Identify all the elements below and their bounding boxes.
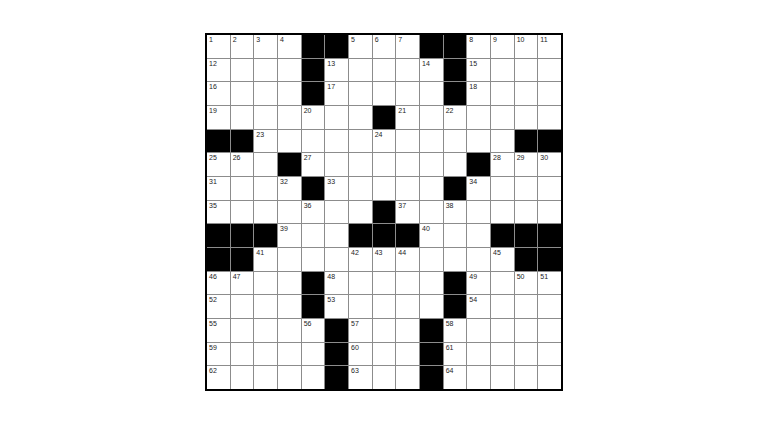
clue-number-32: 32 — [280, 177, 288, 186]
white-cell-r12c3[interactable] — [254, 295, 277, 318]
black-cell-r10c15 — [538, 248, 561, 271]
white-cell-r1c14[interactable]: 10 — [515, 35, 538, 58]
white-cell-r12c14[interactable] — [515, 295, 538, 318]
white-cell-r9c11[interactable] — [444, 224, 467, 247]
white-cell-r4c1[interactable]: 19 — [207, 106, 230, 129]
white-cell-r5c9[interactable] — [396, 130, 419, 153]
white-cell-r4c6[interactable] — [325, 106, 348, 129]
black-cell-r9c1 — [207, 224, 230, 247]
white-cell-r2c15[interactable] — [538, 59, 561, 82]
clue-number-31: 31 — [209, 177, 217, 186]
white-cell-r13c2[interactable] — [231, 319, 254, 342]
white-cell-r8c6[interactable] — [325, 201, 348, 224]
clue-number-23: 23 — [256, 130, 264, 139]
clue-number-28: 28 — [493, 153, 501, 162]
white-cell-r7c15[interactable] — [538, 177, 561, 200]
white-cell-r6c2[interactable]: 26 — [231, 153, 254, 176]
black-cell-r7c11 — [444, 177, 467, 200]
black-cell-r6c4 — [278, 153, 301, 176]
white-cell-r11c6[interactable]: 48 — [325, 272, 348, 295]
white-cell-r6c1[interactable]: 25 — [207, 153, 230, 176]
clue-number-41: 41 — [256, 248, 264, 257]
white-cell-r1c4[interactable]: 4 — [278, 35, 301, 58]
white-cell-r8c5[interactable]: 36 — [302, 201, 325, 224]
clue-number-38: 38 — [446, 201, 454, 210]
clue-number-33: 33 — [327, 177, 335, 186]
white-cell-r11c8[interactable] — [373, 272, 396, 295]
white-cell-r5c7[interactable] — [349, 130, 372, 153]
white-cell-r1c12[interactable]: 8 — [467, 35, 490, 58]
white-cell-r9c5[interactable] — [302, 224, 325, 247]
white-cell-r1c3[interactable]: 3 — [254, 35, 277, 58]
white-cell-r15c13[interactable] — [491, 366, 514, 389]
clue-number-42: 42 — [351, 248, 359, 257]
white-cell-r4c12[interactable] — [467, 106, 490, 129]
white-cell-r10c9[interactable]: 44 — [396, 248, 419, 271]
white-cell-r7c3[interactable] — [254, 177, 277, 200]
black-cell-r1c6 — [325, 35, 348, 58]
white-cell-r14c4[interactable] — [278, 343, 301, 366]
white-cell-r10c13[interactable]: 45 — [491, 248, 514, 271]
clue-number-6: 6 — [375, 35, 379, 44]
white-cell-r15c14[interactable] — [515, 366, 538, 389]
white-cell-r3c10[interactable] — [420, 82, 443, 105]
white-cell-r7c4[interactable]: 32 — [278, 177, 301, 200]
white-cell-r8c3[interactable] — [254, 201, 277, 224]
white-cell-r1c8[interactable]: 6 — [373, 35, 396, 58]
clue-number-19: 19 — [209, 106, 217, 115]
clue-number-13: 13 — [327, 59, 335, 68]
white-cell-r2c14[interactable] — [515, 59, 538, 82]
white-cell-r12c1[interactable]: 52 — [207, 295, 230, 318]
white-cell-r15c9[interactable] — [396, 366, 419, 389]
clue-number-56: 56 — [304, 319, 312, 328]
black-cell-r9c9 — [396, 224, 419, 247]
clue-number-4: 4 — [280, 35, 284, 44]
white-cell-r2c12[interactable]: 15 — [467, 59, 490, 82]
white-cell-r13c12[interactable] — [467, 319, 490, 342]
clue-number-29: 29 — [517, 153, 525, 162]
white-cell-r7c8[interactable] — [373, 177, 396, 200]
white-cell-r7c7[interactable] — [349, 177, 372, 200]
clue-number-35: 35 — [209, 201, 217, 210]
white-cell-r11c14[interactable]: 50 — [515, 272, 538, 295]
black-cell-r5c15 — [538, 130, 561, 153]
clue-number-16: 16 — [209, 82, 217, 91]
black-cell-r13c10 — [420, 319, 443, 342]
clue-number-57: 57 — [351, 319, 359, 328]
white-cell-r11c13[interactable] — [491, 272, 514, 295]
clue-number-59: 59 — [209, 343, 217, 352]
white-cell-r2c3[interactable] — [254, 59, 277, 82]
white-cell-r11c1[interactable]: 46 — [207, 272, 230, 295]
white-cell-r13c13[interactable] — [491, 319, 514, 342]
clue-number-39: 39 — [280, 224, 288, 233]
clue-number-62: 62 — [209, 366, 217, 375]
white-cell-r12c8[interactable] — [373, 295, 396, 318]
clue-number-14: 14 — [422, 59, 430, 68]
white-cell-r4c11[interactable]: 22 — [444, 106, 467, 129]
black-cell-r11c5 — [302, 272, 325, 295]
white-cell-r4c9[interactable]: 21 — [396, 106, 419, 129]
clue-number-8: 8 — [469, 35, 473, 44]
white-cell-r13c8[interactable] — [373, 319, 396, 342]
white-cell-r12c2[interactable] — [231, 295, 254, 318]
clue-number-36: 36 — [304, 201, 312, 210]
black-cell-r2c5 — [302, 59, 325, 82]
white-cell-r11c12[interactable]: 49 — [467, 272, 490, 295]
white-cell-r2c8[interactable] — [373, 59, 396, 82]
black-cell-r6c12 — [467, 153, 490, 176]
white-cell-r6c3[interactable] — [254, 153, 277, 176]
clue-number-52: 52 — [209, 295, 217, 304]
white-cell-r7c12[interactable]: 34 — [467, 177, 490, 200]
white-cell-r14c14[interactable] — [515, 343, 538, 366]
white-cell-r8c11[interactable]: 38 — [444, 201, 467, 224]
white-cell-r1c7[interactable]: 5 — [349, 35, 372, 58]
white-cell-r2c7[interactable] — [349, 59, 372, 82]
white-cell-r2c13[interactable] — [491, 59, 514, 82]
clue-number-60: 60 — [351, 343, 359, 352]
white-cell-r6c9[interactable] — [396, 153, 419, 176]
white-cell-r6c8[interactable] — [373, 153, 396, 176]
page: 1234567891011121314151617181920212223242… — [0, 0, 768, 432]
clue-number-30: 30 — [540, 153, 548, 162]
white-cell-r10c5[interactable] — [302, 248, 325, 271]
black-cell-r2c11 — [444, 59, 467, 82]
white-cell-r15c7[interactable]: 63 — [349, 366, 372, 389]
white-cell-r8c12[interactable] — [467, 201, 490, 224]
white-cell-r13c9[interactable] — [396, 319, 419, 342]
white-cell-r2c2[interactable] — [231, 59, 254, 82]
clue-number-21: 21 — [398, 106, 406, 115]
white-cell-r10c8[interactable]: 43 — [373, 248, 396, 271]
white-cell-r13c7[interactable]: 57 — [349, 319, 372, 342]
white-cell-r3c14[interactable] — [515, 82, 538, 105]
white-cell-r12c13[interactable] — [491, 295, 514, 318]
clue-number-25: 25 — [209, 153, 217, 162]
white-cell-r10c3[interactable]: 41 — [254, 248, 277, 271]
white-cell-r14c8[interactable] — [373, 343, 396, 366]
white-cell-r14c2[interactable] — [231, 343, 254, 366]
white-cell-r6c14[interactable]: 29 — [515, 153, 538, 176]
white-cell-r5c4[interactable] — [278, 130, 301, 153]
white-cell-r3c1[interactable]: 16 — [207, 82, 230, 105]
black-cell-r12c11 — [444, 295, 467, 318]
white-cell-r11c7[interactable] — [349, 272, 372, 295]
white-cell-r3c12[interactable]: 18 — [467, 82, 490, 105]
white-cell-r7c9[interactable] — [396, 177, 419, 200]
white-cell-r3c4[interactable] — [278, 82, 301, 105]
white-cell-r15c8[interactable] — [373, 366, 396, 389]
black-cell-r15c6 — [325, 366, 348, 389]
white-cell-r7c2[interactable] — [231, 177, 254, 200]
clue-number-26: 26 — [233, 153, 241, 162]
white-cell-r12c12[interactable]: 54 — [467, 295, 490, 318]
white-cell-r15c12[interactable] — [467, 366, 490, 389]
clue-number-1: 1 — [209, 35, 213, 44]
clue-number-2: 2 — [233, 35, 237, 44]
white-cell-r4c7[interactable] — [349, 106, 372, 129]
white-cell-r8c10[interactable] — [420, 201, 443, 224]
clue-number-5: 5 — [351, 35, 355, 44]
white-cell-r12c4[interactable] — [278, 295, 301, 318]
white-cell-r14c15[interactable] — [538, 343, 561, 366]
white-cell-r5c11[interactable] — [444, 130, 467, 153]
white-cell-r14c9[interactable] — [396, 343, 419, 366]
white-cell-r15c1[interactable]: 62 — [207, 366, 230, 389]
white-cell-r14c5[interactable] — [302, 343, 325, 366]
white-cell-r1c9[interactable]: 7 — [396, 35, 419, 58]
white-cell-r13c1[interactable]: 55 — [207, 319, 230, 342]
black-cell-r4c8 — [373, 106, 396, 129]
clue-number-11: 11 — [540, 35, 547, 44]
black-cell-r10c2 — [231, 248, 254, 271]
black-cell-r14c6 — [325, 343, 348, 366]
white-cell-r6c6[interactable] — [325, 153, 348, 176]
white-cell-r14c12[interactable] — [467, 343, 490, 366]
white-cell-r15c3[interactable] — [254, 366, 277, 389]
white-cell-r1c13[interactable]: 9 — [491, 35, 514, 58]
white-cell-r9c10[interactable]: 40 — [420, 224, 443, 247]
white-cell-r7c10[interactable] — [420, 177, 443, 200]
white-cell-r7c6[interactable]: 33 — [325, 177, 348, 200]
white-cell-r8c7[interactable] — [349, 201, 372, 224]
white-cell-r6c5[interactable]: 27 — [302, 153, 325, 176]
black-cell-r1c10 — [420, 35, 443, 58]
white-cell-r15c11[interactable]: 64 — [444, 366, 467, 389]
clue-number-58: 58 — [446, 319, 454, 328]
white-cell-r13c4[interactable] — [278, 319, 301, 342]
clue-number-48: 48 — [327, 272, 335, 281]
white-cell-r11c4[interactable] — [278, 272, 301, 295]
clue-number-7: 7 — [398, 35, 402, 44]
clue-number-43: 43 — [375, 248, 383, 257]
white-cell-r9c6[interactable] — [325, 224, 348, 247]
white-cell-r11c2[interactable]: 47 — [231, 272, 254, 295]
black-cell-r9c7 — [349, 224, 372, 247]
white-cell-r5c10[interactable] — [420, 130, 443, 153]
white-cell-r5c3[interactable]: 23 — [254, 130, 277, 153]
clue-number-44: 44 — [398, 248, 406, 257]
white-cell-r2c4[interactable] — [278, 59, 301, 82]
clue-number-47: 47 — [233, 272, 241, 281]
clue-number-12: 12 — [209, 59, 217, 68]
white-cell-r3c2[interactable] — [231, 82, 254, 105]
white-cell-r7c13[interactable] — [491, 177, 514, 200]
black-cell-r5c1 — [207, 130, 230, 153]
white-cell-r4c14[interactable] — [515, 106, 538, 129]
white-cell-r3c15[interactable] — [538, 82, 561, 105]
clue-number-50: 50 — [517, 272, 525, 281]
crossword-board: 1234567891011121314151617181920212223242… — [205, 33, 563, 391]
white-cell-r13c11[interactable]: 58 — [444, 319, 467, 342]
clue-number-17: 17 — [327, 82, 335, 91]
black-cell-r10c1 — [207, 248, 230, 271]
white-cell-r3c13[interactable] — [491, 82, 514, 105]
white-cell-r6c7[interactable] — [349, 153, 372, 176]
white-cell-r6c15[interactable]: 30 — [538, 153, 561, 176]
white-cell-r12c7[interactable] — [349, 295, 372, 318]
white-cell-r8c15[interactable] — [538, 201, 561, 224]
black-cell-r9c3 — [254, 224, 277, 247]
white-cell-r10c12[interactable] — [467, 248, 490, 271]
white-cell-r1c2[interactable]: 2 — [231, 35, 254, 58]
white-cell-r2c10[interactable]: 14 — [420, 59, 443, 82]
white-cell-r5c5[interactable] — [302, 130, 325, 153]
white-cell-r12c6[interactable]: 53 — [325, 295, 348, 318]
black-cell-r11c11 — [444, 272, 467, 295]
white-cell-r8c2[interactable] — [231, 201, 254, 224]
white-cell-r13c15[interactable] — [538, 319, 561, 342]
white-cell-r10c7[interactable]: 42 — [349, 248, 372, 271]
white-cell-r14c3[interactable] — [254, 343, 277, 366]
clue-number-24: 24 — [375, 130, 383, 139]
white-cell-r8c14[interactable] — [515, 201, 538, 224]
black-cell-r14c10 — [420, 343, 443, 366]
white-cell-r5c6[interactable] — [325, 130, 348, 153]
white-cell-r9c4[interactable]: 39 — [278, 224, 301, 247]
white-cell-r5c8[interactable]: 24 — [373, 130, 396, 153]
white-cell-r13c5[interactable]: 56 — [302, 319, 325, 342]
clue-number-20: 20 — [304, 106, 312, 115]
white-cell-r4c4[interactable] — [278, 106, 301, 129]
white-cell-r2c9[interactable] — [396, 59, 419, 82]
black-cell-r15c10 — [420, 366, 443, 389]
black-cell-r3c11 — [444, 82, 467, 105]
black-cell-r1c5 — [302, 35, 325, 58]
white-cell-r14c7[interactable]: 60 — [349, 343, 372, 366]
white-cell-r4c13[interactable] — [491, 106, 514, 129]
white-cell-r11c10[interactable] — [420, 272, 443, 295]
white-cell-r14c13[interactable] — [491, 343, 514, 366]
white-cell-r12c9[interactable] — [396, 295, 419, 318]
black-cell-r7c5 — [302, 177, 325, 200]
white-cell-r13c3[interactable] — [254, 319, 277, 342]
white-cell-r15c5[interactable] — [302, 366, 325, 389]
black-cell-r12c5 — [302, 295, 325, 318]
white-cell-r11c9[interactable] — [396, 272, 419, 295]
clue-number-10: 10 — [517, 35, 525, 44]
white-cell-r8c9[interactable]: 37 — [396, 201, 419, 224]
black-cell-r9c15 — [538, 224, 561, 247]
black-cell-r5c2 — [231, 130, 254, 153]
clue-number-54: 54 — [469, 295, 477, 304]
white-cell-r1c15[interactable]: 11 — [538, 35, 561, 58]
white-cell-r12c10[interactable] — [420, 295, 443, 318]
clue-number-51: 51 — [540, 272, 548, 281]
clue-number-63: 63 — [351, 366, 359, 375]
clue-number-49: 49 — [469, 272, 477, 281]
white-cell-r7c14[interactable] — [515, 177, 538, 200]
clue-number-40: 40 — [422, 224, 430, 233]
clue-number-9: 9 — [493, 35, 497, 44]
white-cell-r6c10[interactable] — [420, 153, 443, 176]
white-cell-r8c13[interactable] — [491, 201, 514, 224]
white-cell-r8c1[interactable]: 35 — [207, 201, 230, 224]
white-cell-r9c12[interactable] — [467, 224, 490, 247]
clue-number-3: 3 — [256, 35, 260, 44]
white-cell-r1c1[interactable]: 1 — [207, 35, 230, 58]
white-cell-r3c8[interactable] — [373, 82, 396, 105]
clue-number-64: 64 — [446, 366, 454, 375]
white-cell-r4c2[interactable] — [231, 106, 254, 129]
white-cell-r4c10[interactable] — [420, 106, 443, 129]
black-cell-r9c13 — [491, 224, 514, 247]
white-cell-r3c3[interactable] — [254, 82, 277, 105]
white-cell-r5c13[interactable] — [491, 130, 514, 153]
black-cell-r10c14 — [515, 248, 538, 271]
clue-number-18: 18 — [469, 82, 477, 91]
white-cell-r8c4[interactable] — [278, 201, 301, 224]
black-cell-r9c8 — [373, 224, 396, 247]
white-cell-r15c4[interactable] — [278, 366, 301, 389]
clue-number-53: 53 — [327, 295, 335, 304]
white-cell-r13c14[interactable] — [515, 319, 538, 342]
clue-number-37: 37 — [398, 201, 406, 210]
white-cell-r3c6[interactable]: 17 — [325, 82, 348, 105]
black-cell-r9c2 — [231, 224, 254, 247]
clue-number-46: 46 — [209, 272, 217, 281]
clue-number-61: 61 — [446, 343, 454, 352]
white-cell-r2c6[interactable]: 13 — [325, 59, 348, 82]
white-cell-r11c15[interactable]: 51 — [538, 272, 561, 295]
white-cell-r5c12[interactable] — [467, 130, 490, 153]
black-cell-r3c5 — [302, 82, 325, 105]
black-cell-r13c6 — [325, 319, 348, 342]
black-cell-r1c11 — [444, 35, 467, 58]
white-cell-r4c5[interactable]: 20 — [302, 106, 325, 129]
white-cell-r15c2[interactable] — [231, 366, 254, 389]
clue-number-27: 27 — [304, 153, 312, 162]
white-cell-r3c7[interactable] — [349, 82, 372, 105]
white-cell-r14c1[interactable]: 59 — [207, 343, 230, 366]
white-cell-r10c6[interactable] — [325, 248, 348, 271]
white-cell-r14c11[interactable]: 61 — [444, 343, 467, 366]
black-cell-r9c14 — [515, 224, 538, 247]
white-cell-r12c15[interactable] — [538, 295, 561, 318]
white-cell-r4c3[interactable] — [254, 106, 277, 129]
white-cell-r6c13[interactable]: 28 — [491, 153, 514, 176]
clue-number-45: 45 — [493, 248, 501, 257]
white-cell-r10c4[interactable] — [278, 248, 301, 271]
white-cell-r3c9[interactable] — [396, 82, 419, 105]
white-cell-r2c1[interactable]: 12 — [207, 59, 230, 82]
white-cell-r6c11[interactable] — [444, 153, 467, 176]
white-cell-r7c1[interactable]: 31 — [207, 177, 230, 200]
clue-number-15: 15 — [469, 59, 477, 68]
white-cell-r10c10[interactable] — [420, 248, 443, 271]
white-cell-r10c11[interactable] — [444, 248, 467, 271]
white-cell-r4c15[interactable] — [538, 106, 561, 129]
white-cell-r11c3[interactable] — [254, 272, 277, 295]
black-cell-r8c8 — [373, 201, 396, 224]
black-cell-r5c14 — [515, 130, 538, 153]
clue-number-34: 34 — [469, 177, 477, 186]
white-cell-r15c15[interactable] — [538, 366, 561, 389]
clue-number-55: 55 — [209, 319, 217, 328]
clue-number-22: 22 — [446, 106, 454, 115]
